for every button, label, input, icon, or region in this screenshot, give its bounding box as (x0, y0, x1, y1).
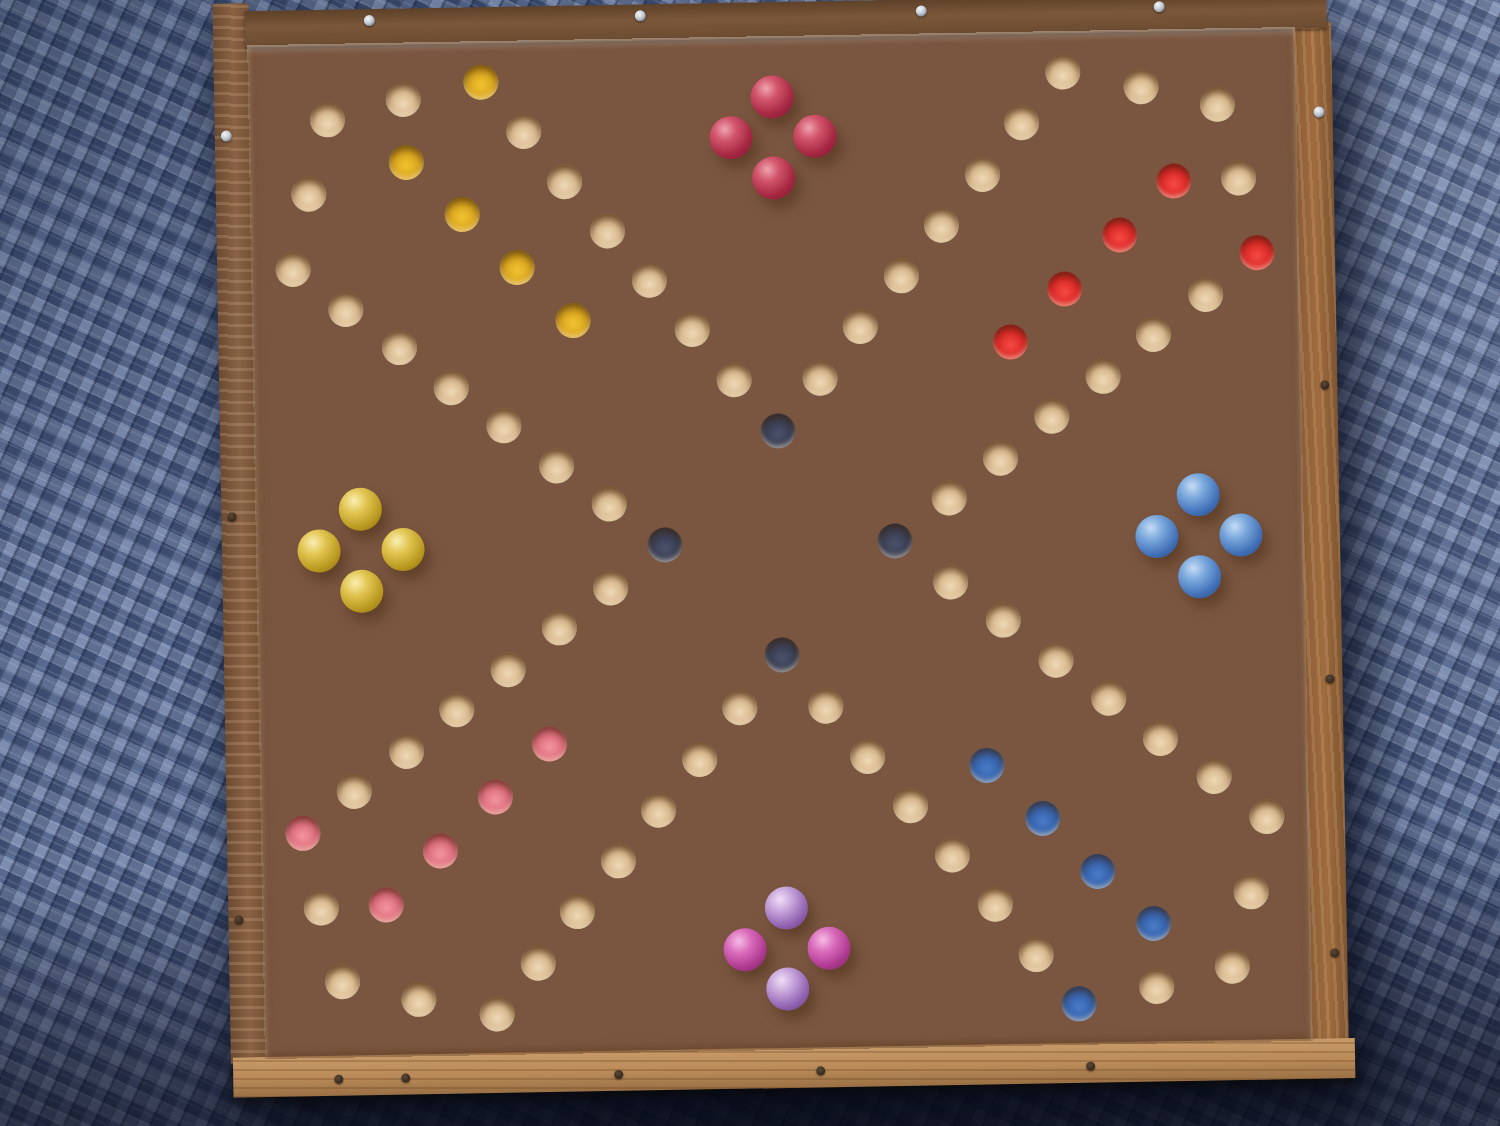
marble-maroon[interactable] (750, 75, 794, 119)
board-hole-track[interactable] (539, 448, 575, 484)
board-hole-red-trail[interactable] (1047, 271, 1083, 307)
board-hole-blue-trail[interactable] (1136, 906, 1172, 942)
board-hole-track[interactable] (1196, 759, 1232, 795)
board-hole-track[interactable] (1234, 874, 1270, 910)
board-hole-blue-trail[interactable] (1025, 801, 1061, 837)
board-hole-track[interactable] (433, 370, 469, 406)
board-hole-track[interactable] (1139, 969, 1175, 1005)
board-hole-track[interactable] (1143, 720, 1179, 756)
board-hole-pink-trail[interactable] (368, 887, 404, 923)
board-hole-red-trail[interactable] (1102, 217, 1138, 253)
board-hole-track[interactable] (547, 164, 583, 200)
board-hole-track[interactable] (977, 887, 1013, 923)
board-hole-blue[interactable] (1062, 986, 1098, 1022)
marble-gold[interactable] (340, 569, 384, 613)
board-hole-track[interactable] (986, 602, 1022, 638)
board-hole-track[interactable] (328, 291, 364, 327)
board-hole-track[interactable] (808, 689, 844, 725)
board-hole-red[interactable] (1239, 235, 1275, 271)
marble-purpleLight[interactable] (764, 886, 808, 930)
marble-maroon[interactable] (709, 116, 753, 160)
board-hole-track[interactable] (1085, 358, 1121, 394)
board-hole-red-trail[interactable] (1156, 163, 1192, 199)
board-hole-track[interactable] (883, 258, 919, 294)
board-hole-track[interactable] (1045, 54, 1081, 90)
frame-screw (1320, 380, 1329, 389)
board-hole-navy[interactable] (764, 637, 800, 673)
board-hole-track[interactable] (479, 997, 515, 1033)
marble-gold[interactable] (338, 488, 382, 532)
wahoo-board (219, 0, 1342, 1090)
board-hole-navy[interactable] (647, 527, 683, 563)
marble-gold[interactable] (297, 529, 341, 573)
board-hole-track[interactable] (1038, 642, 1074, 678)
board-hole-red-trail[interactable] (992, 324, 1028, 360)
board-hole-track[interactable] (931, 481, 967, 517)
board-playfield (247, 27, 1313, 1059)
frame-screw (634, 10, 645, 21)
board-hole-blue-trail[interactable] (969, 748, 1005, 784)
board-hole-track[interactable] (309, 102, 345, 138)
board-hole-yellow-trail[interactable] (555, 303, 591, 339)
board-hole-track[interactable] (1004, 105, 1040, 141)
board-hole-track[interactable] (1188, 276, 1224, 312)
board-hole-track[interactable] (1019, 937, 1055, 973)
frame-screw (227, 512, 236, 521)
board-hole-yellow-trail[interactable] (444, 197, 480, 233)
board-hole-track[interactable] (1221, 160, 1257, 196)
board-hole-track[interactable] (388, 734, 424, 770)
marble-blue[interactable] (1178, 554, 1222, 598)
board-hole-track[interactable] (842, 309, 878, 345)
board-hole-track[interactable] (933, 564, 969, 600)
frame-screw (915, 5, 926, 16)
board-hole-track[interactable] (802, 360, 838, 396)
board-hole-track[interactable] (934, 838, 970, 874)
board-hole-yellow-trail[interactable] (389, 144, 425, 180)
board-hole-track[interactable] (506, 114, 542, 150)
board-hole-track[interactable] (983, 440, 1019, 476)
board-hole-track[interactable] (1091, 681, 1127, 717)
board-hole-track[interactable] (601, 843, 637, 879)
board-hole-track[interactable] (722, 690, 758, 726)
frame-screw (1330, 948, 1339, 957)
frame-screw (1313, 107, 1324, 118)
board-hole-track[interactable] (1034, 399, 1070, 435)
board-hole-track[interactable] (337, 774, 373, 810)
board-hole-track[interactable] (893, 788, 929, 824)
board-hole-track[interactable] (401, 982, 437, 1018)
board-hole-track[interactable] (491, 652, 527, 688)
board-hole-blue-trail[interactable] (1080, 853, 1116, 889)
frame-screw (1153, 1, 1164, 12)
board-hole-track[interactable] (1136, 317, 1172, 353)
board-hole-track[interactable] (291, 176, 327, 212)
board-hole-track[interactable] (303, 890, 339, 926)
board-hole-track[interactable] (560, 894, 596, 930)
board-hole-track[interactable] (1123, 69, 1159, 105)
board-hole-track[interactable] (675, 312, 711, 348)
board-hole-yellow[interactable] (463, 64, 499, 100)
board-hole-track[interactable] (923, 207, 959, 243)
board-hole-track[interactable] (964, 157, 1000, 193)
marble-maroon[interactable] (752, 156, 796, 200)
board-hole-track[interactable] (1249, 799, 1285, 835)
board-hole-track[interactable] (439, 692, 475, 728)
marble-magenta[interactable] (807, 926, 851, 970)
board-hole-yellow-trail[interactable] (500, 250, 536, 286)
marble-purpleLight[interactable] (766, 967, 810, 1011)
board-hole-pink[interactable] (285, 815, 321, 851)
frame-screw (401, 1074, 410, 1083)
marble-gold[interactable] (381, 528, 425, 572)
board-hole-track[interactable] (716, 362, 752, 398)
frame-screw (1086, 1062, 1095, 1071)
board-hole-navy[interactable] (760, 414, 796, 450)
frame-screw (1325, 675, 1334, 684)
frame-screw (234, 915, 243, 924)
board-hole-track[interactable] (520, 945, 556, 981)
board-hole-track[interactable] (1200, 87, 1236, 123)
board-hole-track[interactable] (275, 252, 311, 288)
frame-screw (221, 131, 232, 142)
marble-blue[interactable] (1219, 513, 1263, 557)
board-hole-track[interactable] (632, 263, 668, 299)
board-hole-track[interactable] (1215, 948, 1251, 984)
board-hole-track[interactable] (324, 964, 360, 1000)
board-hole-track[interactable] (590, 213, 626, 249)
board-hole-navy[interactable] (877, 523, 913, 559)
board-hole-track[interactable] (682, 742, 718, 778)
board-hole-track[interactable] (385, 81, 421, 117)
frame-screw (817, 1066, 826, 1075)
frame-screw (615, 1070, 624, 1079)
marble-magenta[interactable] (723, 927, 767, 971)
board-hole-track[interactable] (592, 487, 628, 523)
board-hole-pink-trail[interactable] (477, 780, 513, 816)
board-hole-track[interactable] (541, 610, 577, 646)
marble-blue[interactable] (1177, 473, 1221, 517)
board-hole-track[interactable] (641, 792, 677, 828)
frame-screw (334, 1075, 343, 1084)
board-hole-pink-trail[interactable] (423, 833, 459, 869)
marble-maroon[interactable] (793, 115, 837, 159)
board-hole-track[interactable] (593, 570, 629, 606)
marble-blue[interactable] (1135, 515, 1179, 559)
board-hole-track[interactable] (487, 408, 523, 444)
board-hole-pink-trail[interactable] (532, 726, 568, 762)
board-hole-track[interactable] (850, 739, 886, 775)
frame-screw (364, 15, 375, 26)
board-hole-track[interactable] (381, 330, 417, 366)
